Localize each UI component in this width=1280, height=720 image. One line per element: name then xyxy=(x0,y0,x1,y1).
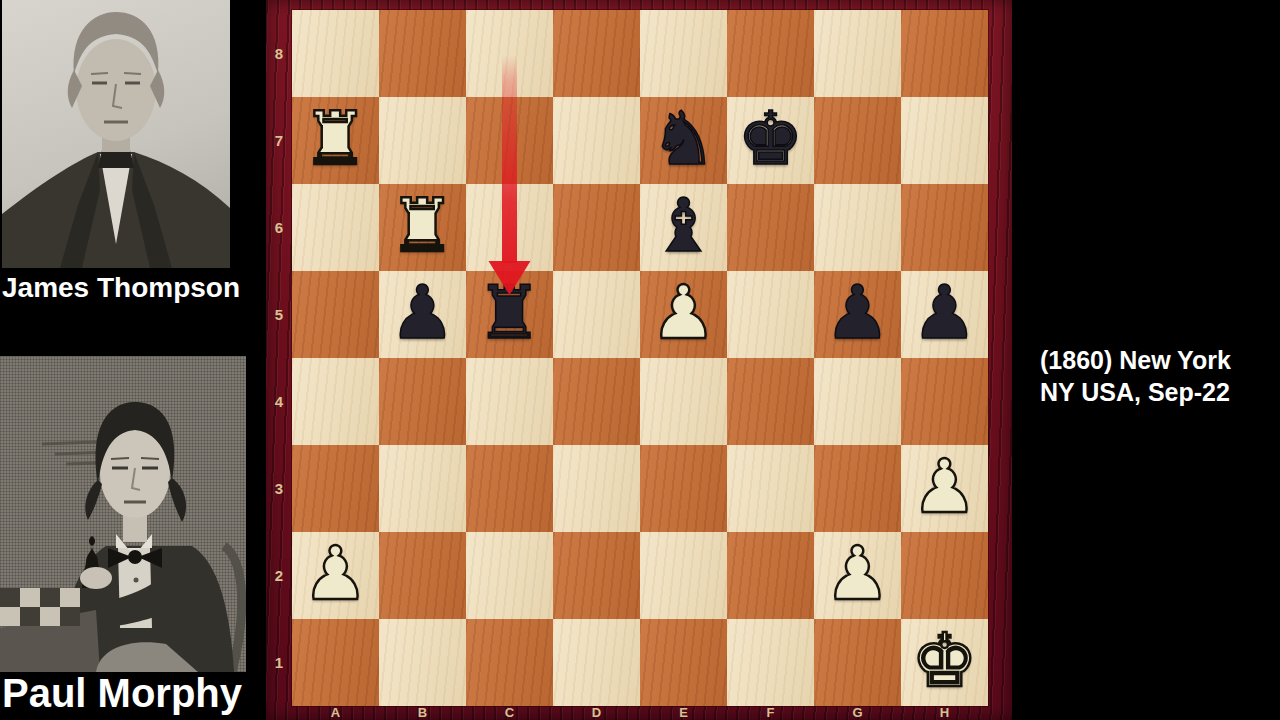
square-c6[interactable] xyxy=(466,184,553,271)
square-h7[interactable] xyxy=(901,97,988,184)
square-d2[interactable] xyxy=(553,532,640,619)
rank-labels: 87654321 xyxy=(266,10,292,706)
mini-chessboard xyxy=(0,588,80,626)
board: ♜♞♚♜♝♟♜♟♟♟♟♟♟♚ xyxy=(292,10,988,706)
file-label-g: G xyxy=(814,706,901,720)
square-a6[interactable] xyxy=(292,184,379,271)
rank-label-2: 2 xyxy=(266,532,292,619)
square-h8[interactable] xyxy=(901,10,988,97)
chess-board-frame: 87654321 ABCDEFGH ♜♞♚♜♝♟♜♟♟♟♟♟♟♚ xyxy=(266,0,1012,720)
square-c7[interactable] xyxy=(466,97,553,184)
square-b1[interactable] xyxy=(379,619,466,706)
rank-label-7: 7 xyxy=(266,97,292,184)
square-g7[interactable] xyxy=(814,97,901,184)
square-e6[interactable]: ♝ xyxy=(640,184,727,271)
video-frame: James Thompson xyxy=(0,0,1280,720)
rank-label-3: 3 xyxy=(266,445,292,532)
rank-label-4: 4 xyxy=(266,358,292,445)
portrait-paul-morphy xyxy=(0,356,246,672)
square-c8[interactable] xyxy=(466,10,553,97)
square-c2[interactable] xyxy=(466,532,553,619)
square-g8[interactable] xyxy=(814,10,901,97)
square-a4[interactable] xyxy=(292,358,379,445)
portrait-james-thompson xyxy=(2,0,230,268)
square-c5[interactable]: ♜ xyxy=(466,271,553,358)
square-a3[interactable] xyxy=(292,445,379,532)
file-label-h: H xyxy=(901,706,988,720)
square-b8[interactable] xyxy=(379,10,466,97)
white-pawn: ♟ xyxy=(650,275,716,349)
square-d4[interactable] xyxy=(553,358,640,445)
file-label-d: D xyxy=(553,706,640,720)
black-rook: ♜ xyxy=(476,275,542,349)
white-pawn: ♟ xyxy=(911,449,977,523)
rank-label-5: 5 xyxy=(266,271,292,358)
event-line2: NY USA, Sep-22 xyxy=(1040,376,1231,408)
white-king: ♚ xyxy=(911,623,977,697)
square-a2[interactable]: ♟ xyxy=(292,532,379,619)
white-pawn: ♟ xyxy=(302,536,368,610)
square-h5[interactable]: ♟ xyxy=(901,271,988,358)
white-rook: ♜ xyxy=(302,101,368,175)
square-b4[interactable] xyxy=(379,358,466,445)
thompson-portrait-drawing xyxy=(2,0,230,268)
black-knight: ♞ xyxy=(650,101,716,175)
square-b6[interactable]: ♜ xyxy=(379,184,466,271)
square-d1[interactable] xyxy=(553,619,640,706)
square-f1[interactable] xyxy=(727,619,814,706)
file-labels: ABCDEFGH xyxy=(292,706,988,720)
file-label-b: B xyxy=(379,706,466,720)
square-b3[interactable] xyxy=(379,445,466,532)
square-d5[interactable] xyxy=(553,271,640,358)
square-h1[interactable]: ♚ xyxy=(901,619,988,706)
square-e3[interactable] xyxy=(640,445,727,532)
square-h2[interactable] xyxy=(901,532,988,619)
black-pawn: ♟ xyxy=(824,275,890,349)
player-name-bottom: Paul Morphy xyxy=(2,671,242,716)
square-e5[interactable]: ♟ xyxy=(640,271,727,358)
square-g5[interactable]: ♟ xyxy=(814,271,901,358)
square-a1[interactable] xyxy=(292,619,379,706)
square-a5[interactable] xyxy=(292,271,379,358)
square-f2[interactable] xyxy=(727,532,814,619)
square-c1[interactable] xyxy=(466,619,553,706)
black-pawn: ♟ xyxy=(911,275,977,349)
square-h6[interactable] xyxy=(901,184,988,271)
morphy-portrait-drawing xyxy=(0,356,246,672)
square-e4[interactable] xyxy=(640,358,727,445)
square-g1[interactable] xyxy=(814,619,901,706)
square-f7[interactable]: ♚ xyxy=(727,97,814,184)
square-c4[interactable] xyxy=(466,358,553,445)
square-f4[interactable] xyxy=(727,358,814,445)
square-b5[interactable]: ♟ xyxy=(379,271,466,358)
file-label-a: A xyxy=(292,706,379,720)
square-g6[interactable] xyxy=(814,184,901,271)
rank-label-1: 1 xyxy=(266,619,292,706)
square-e8[interactable] xyxy=(640,10,727,97)
file-label-e: E xyxy=(640,706,727,720)
square-a8[interactable] xyxy=(292,10,379,97)
black-king: ♚ xyxy=(737,101,803,175)
square-a7[interactable]: ♜ xyxy=(292,97,379,184)
square-d7[interactable] xyxy=(553,97,640,184)
square-c3[interactable] xyxy=(466,445,553,532)
event-info: (1860) New York NY USA, Sep-22 xyxy=(1040,344,1231,408)
square-e7[interactable]: ♞ xyxy=(640,97,727,184)
square-d8[interactable] xyxy=(553,10,640,97)
black-bishop: ♝ xyxy=(650,188,716,262)
rank-label-8: 8 xyxy=(266,10,292,97)
event-line1: (1860) New York xyxy=(1040,344,1231,376)
square-h4[interactable] xyxy=(901,358,988,445)
square-d3[interactable] xyxy=(553,445,640,532)
player-name-top: James Thompson xyxy=(2,272,240,304)
square-f8[interactable] xyxy=(727,10,814,97)
file-label-f: F xyxy=(727,706,814,720)
file-label-c: C xyxy=(466,706,553,720)
square-g3[interactable] xyxy=(814,445,901,532)
white-pawn: ♟ xyxy=(824,536,890,610)
square-f6[interactable] xyxy=(727,184,814,271)
square-b7[interactable] xyxy=(379,97,466,184)
square-g4[interactable] xyxy=(814,358,901,445)
square-f3[interactable] xyxy=(727,445,814,532)
square-d6[interactable] xyxy=(553,184,640,271)
rank-label-6: 6 xyxy=(266,184,292,271)
square-g2[interactable]: ♟ xyxy=(814,532,901,619)
square-e1[interactable] xyxy=(640,619,727,706)
square-e2[interactable] xyxy=(640,532,727,619)
square-h3[interactable]: ♟ xyxy=(901,445,988,532)
square-f5[interactable] xyxy=(727,271,814,358)
square-b2[interactable] xyxy=(379,532,466,619)
black-pawn: ♟ xyxy=(389,275,455,349)
white-rook: ♜ xyxy=(389,188,455,262)
